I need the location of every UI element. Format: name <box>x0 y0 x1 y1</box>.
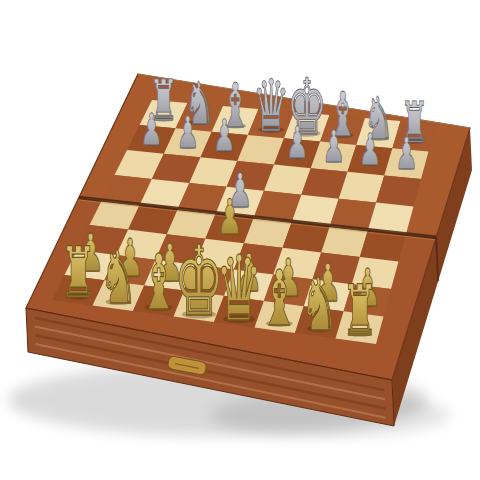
piece-black-pawn-a7[interactable]: ♟ <box>140 103 163 156</box>
square-h6[interactable] <box>376 175 421 206</box>
piece-white-rook-a1[interactable]: ♜ <box>60 232 97 314</box>
piece-black-pawn-e7[interactable]: ♟ <box>286 117 309 170</box>
piece-black-pawn-b7[interactable]: ♟ <box>176 106 199 159</box>
piece-black-pawn-g7[interactable]: ♟ <box>359 124 382 177</box>
piece-black-pawn-f7[interactable]: ♟ <box>322 120 345 173</box>
scene-svg: ♜♞♝♛♚♝♞♜♟♟♟♟♟♟♟♟♟♟♟♟♟♟♜♟♞♟♝♚♛♝♞♜ <box>0 0 480 480</box>
piece-white-rook-h1[interactable]: ♜ <box>341 270 378 352</box>
piece-black-queen-d8[interactable]: ♛ <box>252 64 290 148</box>
product-photo-canvas: ♜♞♝♛♚♝♞♜♟♟♟♟♟♟♟♟♟♟♟♟♟♟♜♟♞♟♝♚♛♝♞♜ <box>0 0 480 480</box>
piece-white-knight-b1[interactable]: ♞ <box>99 234 137 320</box>
piece-black-pawn-c7[interactable]: ♟ <box>213 110 236 163</box>
piece-black-pawn-h7[interactable]: ♟ <box>395 127 418 180</box>
piece-white-bishop-f1[interactable]: ♝ <box>259 254 299 343</box>
piece-white-bishop-c1[interactable]: ♝ <box>139 238 179 327</box>
piece-white-queen-e1[interactable]: ♛ <box>216 236 263 341</box>
piece-white-knight-g1[interactable]: ♞ <box>300 261 338 347</box>
